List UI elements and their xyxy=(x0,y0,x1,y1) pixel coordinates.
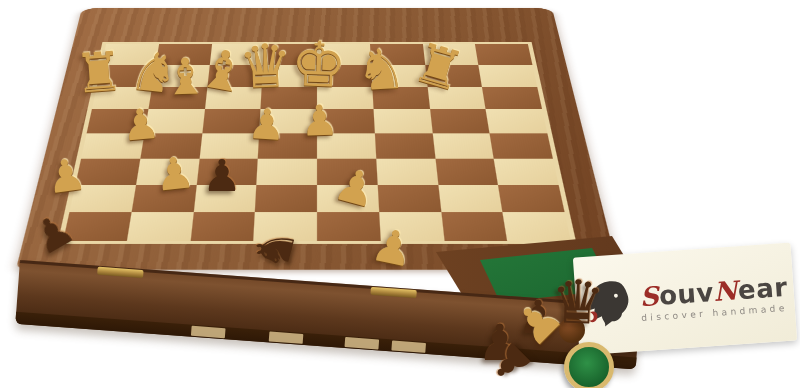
square xyxy=(190,212,255,241)
checker-edge-inlay xyxy=(344,337,379,349)
piece-light-p-b6: ♟ xyxy=(120,102,161,147)
piece-light-p-c4: ♟ xyxy=(153,150,197,198)
square xyxy=(482,87,542,110)
checker-edge-inlay xyxy=(391,340,426,352)
brand-letter-s: S xyxy=(639,280,660,311)
square xyxy=(494,158,559,184)
piece-dark-p-d3: ♟ xyxy=(202,154,241,198)
square xyxy=(490,133,553,158)
square xyxy=(127,212,194,241)
square xyxy=(479,65,538,87)
square xyxy=(438,185,503,213)
piece-light-n-g8: ♞ xyxy=(355,41,408,100)
brand-letters-ouv: ouv xyxy=(658,277,715,311)
square xyxy=(376,158,438,184)
square xyxy=(435,158,498,184)
product-photo-stage: ♜♞♝♝♛♚♞♜♟♟♟♟♟♟♟♟♟♞ SouvNear discover han… xyxy=(0,0,800,388)
piece-light-p-d6: ♟ xyxy=(247,103,287,147)
checker-edge-inlay xyxy=(191,326,226,338)
checker-edge-inlay xyxy=(269,331,304,343)
square xyxy=(430,109,490,133)
square xyxy=(432,133,494,158)
piece-light-r-a8: ♜ xyxy=(73,44,125,101)
brand-card-content: SouvNear discover handmade xyxy=(580,266,789,332)
brand-letters-ear: ear xyxy=(737,271,788,304)
square xyxy=(503,212,571,241)
piece-light-q-e8: ♛ xyxy=(237,35,293,97)
piece-light-p-a3: ♟ xyxy=(44,152,89,201)
square xyxy=(486,109,548,133)
piece-light-p-f6: ♟ xyxy=(300,99,339,142)
square xyxy=(498,185,564,213)
square xyxy=(375,133,435,158)
square xyxy=(317,212,380,241)
square xyxy=(255,185,317,213)
square xyxy=(441,212,508,241)
piece-light-k-f8: ♚ xyxy=(290,33,348,97)
square xyxy=(475,44,532,65)
square xyxy=(373,109,432,133)
green-felt-piece-base xyxy=(564,342,614,388)
square xyxy=(257,158,317,184)
brand-text-block: SouvNear discover handmade xyxy=(639,271,789,322)
square xyxy=(377,185,440,213)
brand-card: SouvNear discover handmade xyxy=(573,243,797,356)
brand-letter-n: N xyxy=(713,275,739,307)
